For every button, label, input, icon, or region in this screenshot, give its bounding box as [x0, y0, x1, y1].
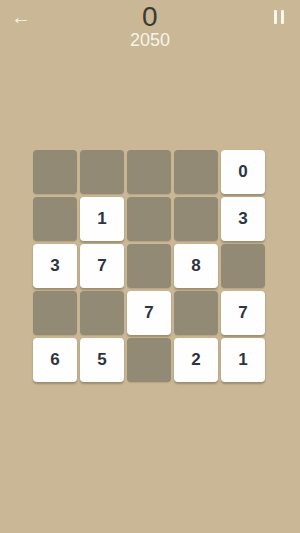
- cell-r5c4[interactable]: 2: [174, 338, 218, 382]
- board-grid: 013378776521: [33, 150, 265, 382]
- best-score-value: 2050: [0, 30, 300, 51]
- pause-icon: [281, 10, 285, 24]
- cell-r1c1[interactable]: [33, 150, 77, 194]
- cell-r1c4[interactable]: [174, 150, 218, 194]
- pause-button[interactable]: [264, 2, 294, 32]
- cell-r4c5[interactable]: 7: [221, 291, 265, 335]
- cell-r3c5[interactable]: [221, 244, 265, 288]
- game-screen: ← 0 2050 013378776521: [0, 0, 300, 533]
- cell-r2c3[interactable]: [127, 197, 171, 241]
- cell-r1c3[interactable]: [127, 150, 171, 194]
- pause-icon: [274, 10, 278, 24]
- cell-r2c2[interactable]: 1: [80, 197, 124, 241]
- cell-r4c4[interactable]: [174, 291, 218, 335]
- cell-r2c1[interactable]: [33, 197, 77, 241]
- cell-r2c4[interactable]: [174, 197, 218, 241]
- cell-r3c2[interactable]: 7: [80, 244, 124, 288]
- top-bar: ← 0 2050: [0, 0, 300, 52]
- cell-r4c3[interactable]: 7: [127, 291, 171, 335]
- cell-r2c5[interactable]: 3: [221, 197, 265, 241]
- cell-r5c3[interactable]: [127, 338, 171, 382]
- cell-r3c3[interactable]: [127, 244, 171, 288]
- cell-r5c5[interactable]: 1: [221, 338, 265, 382]
- cell-r1c5[interactable]: 0: [221, 150, 265, 194]
- cell-r4c1[interactable]: [33, 291, 77, 335]
- score-value: 0: [0, 1, 300, 33]
- cell-r5c1[interactable]: 6: [33, 338, 77, 382]
- cell-r3c4[interactable]: 8: [174, 244, 218, 288]
- cell-r3c1[interactable]: 3: [33, 244, 77, 288]
- cell-r4c2[interactable]: [80, 291, 124, 335]
- cell-r5c2[interactable]: 5: [80, 338, 124, 382]
- cell-r1c2[interactable]: [80, 150, 124, 194]
